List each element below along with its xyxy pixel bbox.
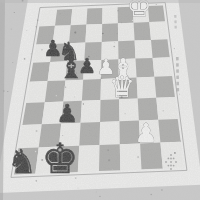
chessboard-photo: ♚♟♞♟♟♝♝♛♟♟♚♞ (0, 0, 200, 200)
film-grain-overlay (0, 0, 200, 200)
chessboard-scene: ♚♟♞♟♟♝♝♛♟♟♚♞ (0, 0, 200, 200)
